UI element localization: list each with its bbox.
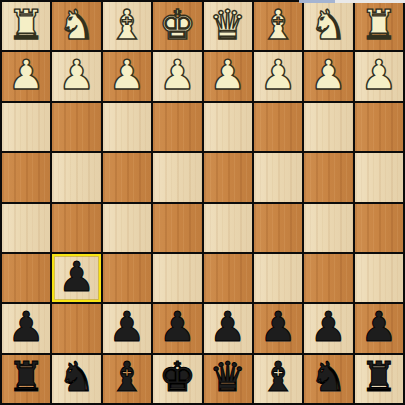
white-pawn[interactable]: ♟ [58, 55, 95, 96]
square-d3[interactable] [204, 103, 252, 151]
square-g3[interactable] [52, 103, 100, 151]
white-queen[interactable]: ♛ [209, 5, 246, 46]
square-f1[interactable]: ♝ [103, 2, 151, 50]
square-f8[interactable]: ♝ [103, 355, 151, 403]
square-h5[interactable] [2, 204, 50, 252]
square-b7[interactable]: ♟ [304, 304, 352, 352]
square-c5[interactable] [254, 204, 302, 252]
square-c3[interactable] [254, 103, 302, 151]
square-e8[interactable]: ♚ [153, 355, 201, 403]
black-pawn[interactable]: ♟ [209, 307, 246, 348]
square-e4[interactable] [153, 153, 201, 201]
white-pawn[interactable]: ♟ [209, 55, 246, 96]
white-pawn[interactable]: ♟ [360, 55, 397, 96]
square-h4[interactable] [2, 153, 50, 201]
square-g7[interactable] [52, 304, 100, 352]
chess-board: ♜♞♝♚♛♝♞♜♟♟♟♟♟♟♟♟♟♟♟♟♟♟♟♟♜♞♝♚♛♝♞♜ [0, 0, 405, 405]
white-pawn[interactable]: ♟ [8, 55, 45, 96]
white-bishop[interactable]: ♝ [260, 5, 297, 46]
square-b8[interactable]: ♞ [304, 355, 352, 403]
black-pawn[interactable]: ♟ [260, 307, 297, 348]
square-a6[interactable] [355, 254, 403, 302]
black-queen[interactable]: ♛ [209, 357, 246, 398]
square-f5[interactable] [103, 204, 151, 252]
square-b4[interactable] [304, 153, 352, 201]
black-pawn[interactable]: ♟ [58, 257, 95, 298]
square-e5[interactable] [153, 204, 201, 252]
square-h1[interactable]: ♜ [2, 2, 50, 50]
black-king[interactable]: ♚ [159, 357, 196, 398]
square-f2[interactable]: ♟ [103, 52, 151, 100]
square-a7[interactable]: ♟ [355, 304, 403, 352]
square-c7[interactable]: ♟ [254, 304, 302, 352]
white-pawn[interactable]: ♟ [310, 55, 347, 96]
square-c1[interactable]: ♝ [254, 2, 302, 50]
square-a8[interactable]: ♜ [355, 355, 403, 403]
black-knight[interactable]: ♞ [58, 357, 95, 398]
window-edge-artifact [299, 0, 405, 3]
white-king[interactable]: ♚ [159, 5, 196, 46]
square-f3[interactable] [103, 103, 151, 151]
square-a1[interactable]: ♜ [355, 2, 403, 50]
square-d2[interactable]: ♟ [204, 52, 252, 100]
square-e6[interactable] [153, 254, 201, 302]
square-h3[interactable] [2, 103, 50, 151]
white-knight[interactable]: ♞ [310, 5, 347, 46]
black-rook[interactable]: ♜ [360, 357, 397, 398]
square-b6[interactable] [304, 254, 352, 302]
square-a2[interactable]: ♟ [355, 52, 403, 100]
square-f4[interactable] [103, 153, 151, 201]
square-c4[interactable] [254, 153, 302, 201]
square-g8[interactable]: ♞ [52, 355, 100, 403]
square-g5[interactable] [52, 204, 100, 252]
white-knight[interactable]: ♞ [58, 5, 95, 46]
white-rook[interactable]: ♜ [8, 5, 45, 46]
white-pawn[interactable]: ♟ [159, 55, 196, 96]
square-e7[interactable]: ♟ [153, 304, 201, 352]
square-d4[interactable] [204, 153, 252, 201]
black-bishop[interactable]: ♝ [109, 357, 146, 398]
white-rook[interactable]: ♜ [360, 5, 397, 46]
square-f7[interactable]: ♟ [103, 304, 151, 352]
black-rook[interactable]: ♜ [8, 357, 45, 398]
black-pawn[interactable]: ♟ [360, 307, 397, 348]
square-h6[interactable] [2, 254, 50, 302]
square-a5[interactable] [355, 204, 403, 252]
square-d7[interactable]: ♟ [204, 304, 252, 352]
square-b3[interactable] [304, 103, 352, 151]
white-pawn[interactable]: ♟ [260, 55, 297, 96]
square-d5[interactable] [204, 204, 252, 252]
square-c8[interactable]: ♝ [254, 355, 302, 403]
black-pawn[interactable]: ♟ [109, 307, 146, 348]
black-pawn[interactable]: ♟ [8, 307, 45, 348]
black-knight[interactable]: ♞ [310, 357, 347, 398]
square-b1[interactable]: ♞ [304, 2, 352, 50]
black-pawn[interactable]: ♟ [159, 307, 196, 348]
square-a4[interactable] [355, 153, 403, 201]
square-e3[interactable] [153, 103, 201, 151]
square-a3[interactable] [355, 103, 403, 151]
chess-app-window: ♜♞♝♚♛♝♞♜♟♟♟♟♟♟♟♟♟♟♟♟♟♟♟♟♜♞♝♚♛♝♞♜ [0, 0, 405, 405]
square-d6[interactable] [204, 254, 252, 302]
square-b5[interactable] [304, 204, 352, 252]
white-pawn[interactable]: ♟ [109, 55, 146, 96]
white-bishop[interactable]: ♝ [109, 5, 146, 46]
square-b2[interactable]: ♟ [304, 52, 352, 100]
square-h2[interactable]: ♟ [2, 52, 50, 100]
square-h8[interactable]: ♜ [2, 355, 50, 403]
square-h7[interactable]: ♟ [2, 304, 50, 352]
square-f6[interactable] [103, 254, 151, 302]
square-g1[interactable]: ♞ [52, 2, 100, 50]
black-bishop[interactable]: ♝ [260, 357, 297, 398]
square-e2[interactable]: ♟ [153, 52, 201, 100]
square-g4[interactable] [52, 153, 100, 201]
square-d1[interactable]: ♛ [204, 2, 252, 50]
square-c6[interactable] [254, 254, 302, 302]
square-g2[interactable]: ♟ [52, 52, 100, 100]
square-g6[interactable]: ♟ [52, 254, 100, 302]
square-c2[interactable]: ♟ [254, 52, 302, 100]
square-e1[interactable]: ♚ [153, 2, 201, 50]
black-pawn[interactable]: ♟ [310, 307, 347, 348]
square-d8[interactable]: ♛ [204, 355, 252, 403]
